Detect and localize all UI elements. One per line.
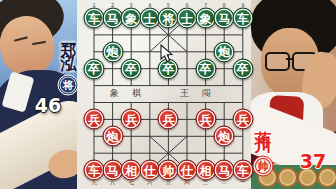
left-player-number: 46 [35,94,61,116]
mouse-cursor-icon [160,44,173,63]
right-player-name: 蒋川 [253,117,276,127]
left-player-name: 郑一泓 [58,29,79,50]
piece-black-卒-r3c0[interactable]: 卒 [84,58,105,79]
piece-black-车-r0c8[interactable]: 车 [232,8,253,29]
piece-black-炮-r2c1[interactable]: 炮 [102,41,123,62]
right-player-number: 37 [300,150,326,172]
red-side-badge: 帅 [253,156,274,177]
piece-red-兵-r6c8[interactable]: 兵 [232,109,253,130]
piece-black-卒-r3c8[interactable]: 卒 [232,58,253,79]
piece-red-兵-r6c6[interactable]: 兵 [195,109,216,130]
wooden-piece [277,167,298,188]
video-thumbnail: 象 棋 王 闯 车马象士将士象马车炮炮卒卒卒卒卒兵兵兵兵兵炮炮车马相仕帅仕相马车… [0,0,336,189]
piece-red-炮-r7c1[interactable]: 炮 [102,126,123,147]
piece-red-兵-r6c0[interactable]: 兵 [84,109,105,130]
piece-black-卒-r3c6[interactable]: 卒 [195,58,216,79]
piece-black-卒-r3c2[interactable]: 卒 [121,58,142,79]
piece-black-炮-r2c7[interactable]: 炮 [214,41,235,62]
piece-red-炮-r7c7[interactable]: 炮 [214,126,235,147]
river-text-right: 王 闯 [180,87,216,100]
piece-red-兵-r6c4[interactable]: 兵 [158,109,179,130]
piece-red-车-r9c8[interactable]: 车 [232,160,253,181]
black-side-badge: 将 [58,75,79,96]
river-text-left: 象 棋 [110,87,146,100]
glasses-icon [265,52,290,71]
glasses-bridge [286,58,293,60]
piece-red-兵-r6c2[interactable]: 兵 [121,109,142,130]
xiangqi-board[interactable]: 象 棋 王 闯 车马象士将士象马车炮炮卒卒卒卒卒兵兵兵兵兵炮炮车马相仕帅仕相马车… [77,0,251,189]
